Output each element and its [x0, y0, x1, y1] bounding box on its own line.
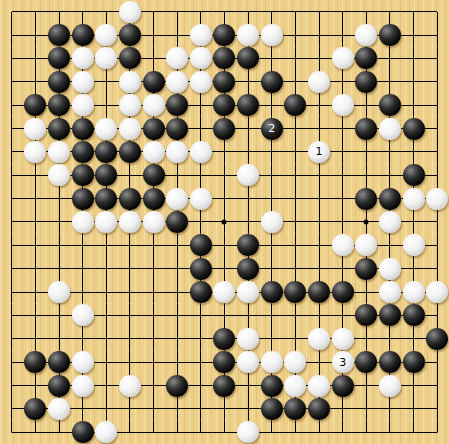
board-point-11-14[interactable]: [260, 327, 284, 350]
board-point-6-0[interactable]: [142, 0, 166, 23]
board-point-17-17[interactable]: [402, 397, 426, 420]
board-point-2-3[interactable]: [47, 70, 71, 93]
board-point-5-15[interactable]: [118, 351, 142, 374]
board-point-4-3[interactable]: [95, 70, 119, 93]
board-point-5-18[interactable]: [118, 421, 142, 444]
board-point-0-3[interactable]: [0, 70, 24, 93]
board-point-8-8[interactable]: [189, 187, 213, 210]
board-point-17-0[interactable]: [402, 0, 426, 23]
board-point-9-10[interactable]: [213, 234, 237, 257]
board-point-14-14[interactable]: [331, 327, 355, 350]
board-point-16-16[interactable]: [378, 374, 402, 397]
board-point-7-10[interactable]: [165, 234, 189, 257]
board-point-10-5[interactable]: [236, 117, 260, 140]
board-point-12-7[interactable]: [284, 164, 308, 187]
board-point-3-8[interactable]: [71, 187, 95, 210]
board-point-11-15[interactable]: [260, 351, 284, 374]
board-point-17-14[interactable]: [402, 327, 426, 350]
board-point-4-12[interactable]: [95, 280, 119, 303]
board-point-8-9[interactable]: [189, 210, 213, 233]
board-point-18-11[interactable]: [425, 257, 449, 280]
board-point-1-14[interactable]: [24, 327, 48, 350]
board-point-15-1[interactable]: [354, 23, 378, 46]
board-point-5-9[interactable]: [118, 210, 142, 233]
board-point-4-17[interactable]: [95, 397, 119, 420]
board-point-4-4[interactable]: [95, 93, 119, 116]
board-point-7-5[interactable]: [165, 117, 189, 140]
board-point-0-5[interactable]: [0, 117, 24, 140]
board-point-14-1[interactable]: [331, 23, 355, 46]
board-point-11-4[interactable]: [260, 93, 284, 116]
board-point-15-13[interactable]: [354, 304, 378, 327]
board-point-1-5[interactable]: [24, 117, 48, 140]
board-point-17-3[interactable]: [402, 70, 426, 93]
board-point-5-7[interactable]: [118, 164, 142, 187]
board-point-18-18[interactable]: [425, 421, 449, 444]
board-point-18-14[interactable]: [425, 327, 449, 350]
board-point-15-15[interactable]: [354, 351, 378, 374]
board-point-1-17[interactable]: [24, 397, 48, 420]
board-point-14-3[interactable]: [331, 70, 355, 93]
board-point-15-17[interactable]: [354, 397, 378, 420]
board-point-7-1[interactable]: [165, 23, 189, 46]
board-point-13-8[interactable]: [307, 187, 331, 210]
board-point-16-7[interactable]: [378, 164, 402, 187]
board-point-17-18[interactable]: [402, 421, 426, 444]
board-point-10-3[interactable]: [236, 70, 260, 93]
board-point-17-11[interactable]: [402, 257, 426, 280]
board-point-10-1[interactable]: [236, 23, 260, 46]
board-point-14-10[interactable]: [331, 234, 355, 257]
board-point-18-8[interactable]: [425, 187, 449, 210]
board-point-2-8[interactable]: [47, 187, 71, 210]
board-point-13-14[interactable]: [307, 327, 331, 350]
board-point-8-1[interactable]: [189, 23, 213, 46]
board-point-1-1[interactable]: [24, 23, 48, 46]
board-point-17-6[interactable]: [402, 140, 426, 163]
board-point-11-7[interactable]: [260, 164, 284, 187]
board-point-6-18[interactable]: [142, 421, 166, 444]
board-point-12-10[interactable]: [284, 234, 308, 257]
board-point-13-13[interactable]: [307, 304, 331, 327]
board-point-16-14[interactable]: [378, 327, 402, 350]
board-point-15-8[interactable]: [354, 187, 378, 210]
board-point-18-17[interactable]: [425, 397, 449, 420]
board-point-2-12[interactable]: [47, 280, 71, 303]
board-point-11-16[interactable]: [260, 374, 284, 397]
board-point-3-17[interactable]: [71, 397, 95, 420]
board-point-1-12[interactable]: [24, 280, 48, 303]
board-point-1-18[interactable]: [24, 421, 48, 444]
board-point-1-16[interactable]: [24, 374, 48, 397]
board-point-1-3[interactable]: [24, 70, 48, 93]
board-point-10-15[interactable]: [236, 351, 260, 374]
board-point-8-13[interactable]: [189, 304, 213, 327]
board-point-14-5[interactable]: [331, 117, 355, 140]
board-point-17-4[interactable]: [402, 93, 426, 116]
board-point-11-1[interactable]: [260, 23, 284, 46]
board-point-8-5[interactable]: [189, 117, 213, 140]
board-point-7-9[interactable]: [165, 210, 189, 233]
board-point-13-4[interactable]: [307, 93, 331, 116]
board-point-15-12[interactable]: [354, 280, 378, 303]
board-point-0-7[interactable]: [0, 164, 24, 187]
board-point-13-6[interactable]: 1: [307, 140, 331, 163]
board-point-1-15[interactable]: [24, 351, 48, 374]
board-point-16-3[interactable]: [378, 70, 402, 93]
board-point-0-14[interactable]: [0, 327, 24, 350]
board-point-6-1[interactable]: [142, 23, 166, 46]
board-point-16-1[interactable]: [378, 23, 402, 46]
board-point-0-13[interactable]: [0, 304, 24, 327]
board-point-1-10[interactable]: [24, 234, 48, 257]
board-point-12-9[interactable]: [284, 210, 308, 233]
board-point-9-11[interactable]: [213, 257, 237, 280]
board-point-18-16[interactable]: [425, 374, 449, 397]
board-point-14-18[interactable]: [331, 421, 355, 444]
board-point-18-12[interactable]: [425, 280, 449, 303]
board-point-15-18[interactable]: [354, 421, 378, 444]
board-point-15-4[interactable]: [354, 93, 378, 116]
board-point-12-5[interactable]: [284, 117, 308, 140]
board-point-0-12[interactable]: [0, 280, 24, 303]
board-point-0-18[interactable]: [0, 421, 24, 444]
board-point-3-10[interactable]: [71, 234, 95, 257]
board-point-18-3[interactable]: [425, 70, 449, 93]
board-point-10-4[interactable]: [236, 93, 260, 116]
board-point-3-6[interactable]: [71, 140, 95, 163]
board-point-10-17[interactable]: [236, 397, 260, 420]
board-point-2-11[interactable]: [47, 257, 71, 280]
board-point-5-6[interactable]: [118, 140, 142, 163]
board-point-11-3[interactable]: [260, 70, 284, 93]
board-point-18-10[interactable]: [425, 234, 449, 257]
board-point-10-10[interactable]: [236, 234, 260, 257]
board-point-3-9[interactable]: [71, 210, 95, 233]
board-point-17-13[interactable]: [402, 304, 426, 327]
board-point-14-2[interactable]: [331, 47, 355, 70]
board-point-13-16[interactable]: [307, 374, 331, 397]
board-point-4-13[interactable]: [95, 304, 119, 327]
board-point-15-0[interactable]: [354, 0, 378, 23]
board-point-0-6[interactable]: [0, 140, 24, 163]
board-point-8-18[interactable]: [189, 421, 213, 444]
board-point-6-2[interactable]: [142, 47, 166, 70]
board-point-6-5[interactable]: [142, 117, 166, 140]
board-point-6-4[interactable]: [142, 93, 166, 116]
board-point-12-0[interactable]: [284, 0, 308, 23]
board-point-8-4[interactable]: [189, 93, 213, 116]
board-point-14-16[interactable]: [331, 374, 355, 397]
board-point-12-17[interactable]: [284, 397, 308, 420]
board-point-14-17[interactable]: [331, 397, 355, 420]
board-point-5-8[interactable]: [118, 187, 142, 210]
board-point-18-0[interactable]: [425, 0, 449, 23]
board-point-0-4[interactable]: [0, 93, 24, 116]
board-point-9-4[interactable]: [213, 93, 237, 116]
board-point-4-9[interactable]: [95, 210, 119, 233]
board-point-3-15[interactable]: [71, 351, 95, 374]
board-point-9-12[interactable]: [213, 280, 237, 303]
board-point-15-3[interactable]: [354, 70, 378, 93]
board-point-6-15[interactable]: [142, 351, 166, 374]
board-point-3-16[interactable]: [71, 374, 95, 397]
board-point-7-16[interactable]: [165, 374, 189, 397]
board-point-10-7[interactable]: [236, 164, 260, 187]
board-point-2-0[interactable]: [47, 0, 71, 23]
board-point-4-16[interactable]: [95, 374, 119, 397]
board-point-4-15[interactable]: [95, 351, 119, 374]
board-point-12-13[interactable]: [284, 304, 308, 327]
board-point-17-8[interactable]: [402, 187, 426, 210]
board-point-9-8[interactable]: [213, 187, 237, 210]
board-point-3-0[interactable]: [71, 0, 95, 23]
board-point-0-8[interactable]: [0, 187, 24, 210]
board-point-5-4[interactable]: [118, 93, 142, 116]
board-point-1-9[interactable]: [24, 210, 48, 233]
board-point-7-11[interactable]: [165, 257, 189, 280]
board-point-9-14[interactable]: [213, 327, 237, 350]
board-point-15-6[interactable]: [354, 140, 378, 163]
board-point-3-2[interactable]: [71, 47, 95, 70]
board-point-10-16[interactable]: [236, 374, 260, 397]
board-point-6-7[interactable]: [142, 164, 166, 187]
board-point-5-14[interactable]: [118, 327, 142, 350]
board-point-11-17[interactable]: [260, 397, 284, 420]
board-point-4-11[interactable]: [95, 257, 119, 280]
board-point-9-0[interactable]: [213, 0, 237, 23]
board-point-9-1[interactable]: [213, 23, 237, 46]
board-point-5-5[interactable]: [118, 117, 142, 140]
board-point-0-0[interactable]: [0, 0, 24, 23]
board-point-4-2[interactable]: [95, 47, 119, 70]
board-point-12-14[interactable]: [284, 327, 308, 350]
board-point-1-11[interactable]: [24, 257, 48, 280]
board-point-18-9[interactable]: [425, 210, 449, 233]
board-point-9-15[interactable]: [213, 351, 237, 374]
board-point-3-5[interactable]: [71, 117, 95, 140]
board-point-1-2[interactable]: [24, 47, 48, 70]
board-point-8-15[interactable]: [189, 351, 213, 374]
board-point-0-10[interactable]: [0, 234, 24, 257]
board-point-3-12[interactable]: [71, 280, 95, 303]
board-point-12-6[interactable]: [284, 140, 308, 163]
board-point-15-10[interactable]: [354, 234, 378, 257]
board-point-8-11[interactable]: [189, 257, 213, 280]
board-point-10-13[interactable]: [236, 304, 260, 327]
board-point-8-7[interactable]: [189, 164, 213, 187]
board-point-8-16[interactable]: [189, 374, 213, 397]
board-point-16-13[interactable]: [378, 304, 402, 327]
board-point-11-12[interactable]: [260, 280, 284, 303]
board-point-4-8[interactable]: [95, 187, 119, 210]
board-point-16-15[interactable]: [378, 351, 402, 374]
board-point-12-8[interactable]: [284, 187, 308, 210]
board-point-8-6[interactable]: [189, 140, 213, 163]
board-point-2-9[interactable]: [47, 210, 71, 233]
board-point-5-17[interactable]: [118, 397, 142, 420]
board-point-10-8[interactable]: [236, 187, 260, 210]
board-point-3-1[interactable]: [71, 23, 95, 46]
board-point-6-6[interactable]: [142, 140, 166, 163]
board-point-13-10[interactable]: [307, 234, 331, 257]
board-point-9-18[interactable]: [213, 421, 237, 444]
board-point-0-2[interactable]: [0, 47, 24, 70]
board-point-16-9[interactable]: [378, 210, 402, 233]
board-point-16-6[interactable]: [378, 140, 402, 163]
board-point-14-7[interactable]: [331, 164, 355, 187]
board-point-6-10[interactable]: [142, 234, 166, 257]
board-point-10-14[interactable]: [236, 327, 260, 350]
board-point-10-11[interactable]: [236, 257, 260, 280]
board-point-3-4[interactable]: [71, 93, 95, 116]
board-point-5-0[interactable]: [118, 0, 142, 23]
board-point-5-12[interactable]: [118, 280, 142, 303]
board-point-18-15[interactable]: [425, 351, 449, 374]
board-point-3-7[interactable]: [71, 164, 95, 187]
board-point-0-17[interactable]: [0, 397, 24, 420]
board-point-16-12[interactable]: [378, 280, 402, 303]
board-point-13-5[interactable]: [307, 117, 331, 140]
board-point-13-3[interactable]: [307, 70, 331, 93]
board-point-15-16[interactable]: [354, 374, 378, 397]
board-point-18-5[interactable]: [425, 117, 449, 140]
board-point-10-6[interactable]: [236, 140, 260, 163]
board-point-9-7[interactable]: [213, 164, 237, 187]
board-point-9-9[interactable]: [213, 210, 237, 233]
board-point-0-15[interactable]: [0, 351, 24, 374]
board-point-11-2[interactable]: [260, 47, 284, 70]
board-point-13-9[interactable]: [307, 210, 331, 233]
board-point-9-5[interactable]: [213, 117, 237, 140]
board-point-13-18[interactable]: [307, 421, 331, 444]
board-point-16-17[interactable]: [378, 397, 402, 420]
board-point-9-6[interactable]: [213, 140, 237, 163]
board-point-7-17[interactable]: [165, 397, 189, 420]
board-point-14-13[interactable]: [331, 304, 355, 327]
board-point-11-8[interactable]: [260, 187, 284, 210]
board-point-11-18[interactable]: [260, 421, 284, 444]
board-point-0-1[interactable]: [0, 23, 24, 46]
board-point-2-15[interactable]: [47, 351, 71, 374]
board-point-14-11[interactable]: [331, 257, 355, 280]
board-point-15-14[interactable]: [354, 327, 378, 350]
board-point-6-3[interactable]: [142, 70, 166, 93]
board-point-18-1[interactable]: [425, 23, 449, 46]
board-point-11-0[interactable]: [260, 0, 284, 23]
board-point-12-3[interactable]: [284, 70, 308, 93]
board-point-4-5[interactable]: [95, 117, 119, 140]
board-point-17-16[interactable]: [402, 374, 426, 397]
board-point-13-12[interactable]: [307, 280, 331, 303]
board-point-11-9[interactable]: [260, 210, 284, 233]
board-point-12-11[interactable]: [284, 257, 308, 280]
board-point-17-5[interactable]: [402, 117, 426, 140]
board-point-2-18[interactable]: [47, 421, 71, 444]
board-point-2-13[interactable]: [47, 304, 71, 327]
board-point-12-18[interactable]: [284, 421, 308, 444]
board-point-5-3[interactable]: [118, 70, 142, 93]
board-point-11-13[interactable]: [260, 304, 284, 327]
board-point-14-9[interactable]: [331, 210, 355, 233]
board-point-10-2[interactable]: [236, 47, 260, 70]
board-point-11-5[interactable]: 2: [260, 117, 284, 140]
board-point-11-11[interactable]: [260, 257, 284, 280]
board-point-8-14[interactable]: [189, 327, 213, 350]
board-point-1-7[interactable]: [24, 164, 48, 187]
board-point-15-7[interactable]: [354, 164, 378, 187]
board-point-16-5[interactable]: [378, 117, 402, 140]
board-point-9-2[interactable]: [213, 47, 237, 70]
board-point-18-13[interactable]: [425, 304, 449, 327]
board-point-6-16[interactable]: [142, 374, 166, 397]
board-point-3-3[interactable]: [71, 70, 95, 93]
board-point-12-1[interactable]: [284, 23, 308, 46]
board-point-16-4[interactable]: [378, 93, 402, 116]
board-point-17-1[interactable]: [402, 23, 426, 46]
board-point-7-18[interactable]: [165, 421, 189, 444]
board-point-7-8[interactable]: [165, 187, 189, 210]
board-point-8-10[interactable]: [189, 234, 213, 257]
board-point-5-16[interactable]: [118, 374, 142, 397]
board-point-14-8[interactable]: [331, 187, 355, 210]
board-point-5-2[interactable]: [118, 47, 142, 70]
board-point-5-10[interactable]: [118, 234, 142, 257]
board-point-7-3[interactable]: [165, 70, 189, 93]
board-point-7-15[interactable]: [165, 351, 189, 374]
board-point-14-15[interactable]: 3: [331, 351, 355, 374]
board-point-16-0[interactable]: [378, 0, 402, 23]
board-point-13-0[interactable]: [307, 0, 331, 23]
board-point-7-6[interactable]: [165, 140, 189, 163]
board-point-13-1[interactable]: [307, 23, 331, 46]
board-point-16-2[interactable]: [378, 47, 402, 70]
board-point-9-3[interactable]: [213, 70, 237, 93]
board-point-6-13[interactable]: [142, 304, 166, 327]
board-point-2-2[interactable]: [47, 47, 71, 70]
board-point-6-9[interactable]: [142, 210, 166, 233]
board-point-5-1[interactable]: [118, 23, 142, 46]
board-point-17-2[interactable]: [402, 47, 426, 70]
board-point-7-4[interactable]: [165, 93, 189, 116]
board-point-18-4[interactable]: [425, 93, 449, 116]
board-point-13-11[interactable]: [307, 257, 331, 280]
board-point-3-13[interactable]: [71, 304, 95, 327]
board-point-5-11[interactable]: [118, 257, 142, 280]
board-point-12-4[interactable]: [284, 93, 308, 116]
board-point-9-16[interactable]: [213, 374, 237, 397]
board-point-10-18[interactable]: [236, 421, 260, 444]
board-point-8-3[interactable]: [189, 70, 213, 93]
board-point-16-11[interactable]: [378, 257, 402, 280]
board-point-0-11[interactable]: [0, 257, 24, 280]
board-point-6-14[interactable]: [142, 327, 166, 350]
board-point-9-13[interactable]: [213, 304, 237, 327]
board-point-12-2[interactable]: [284, 47, 308, 70]
board-point-2-4[interactable]: [47, 93, 71, 116]
board-point-1-8[interactable]: [24, 187, 48, 210]
board-point-15-2[interactable]: [354, 47, 378, 70]
board-point-2-17[interactable]: [47, 397, 71, 420]
board-point-8-2[interactable]: [189, 47, 213, 70]
board-point-6-8[interactable]: [142, 187, 166, 210]
board-point-13-7[interactable]: [307, 164, 331, 187]
board-point-8-12[interactable]: [189, 280, 213, 303]
board-point-15-5[interactable]: [354, 117, 378, 140]
board-point-17-7[interactable]: [402, 164, 426, 187]
board-point-8-17[interactable]: [189, 397, 213, 420]
board-point-18-6[interactable]: [425, 140, 449, 163]
